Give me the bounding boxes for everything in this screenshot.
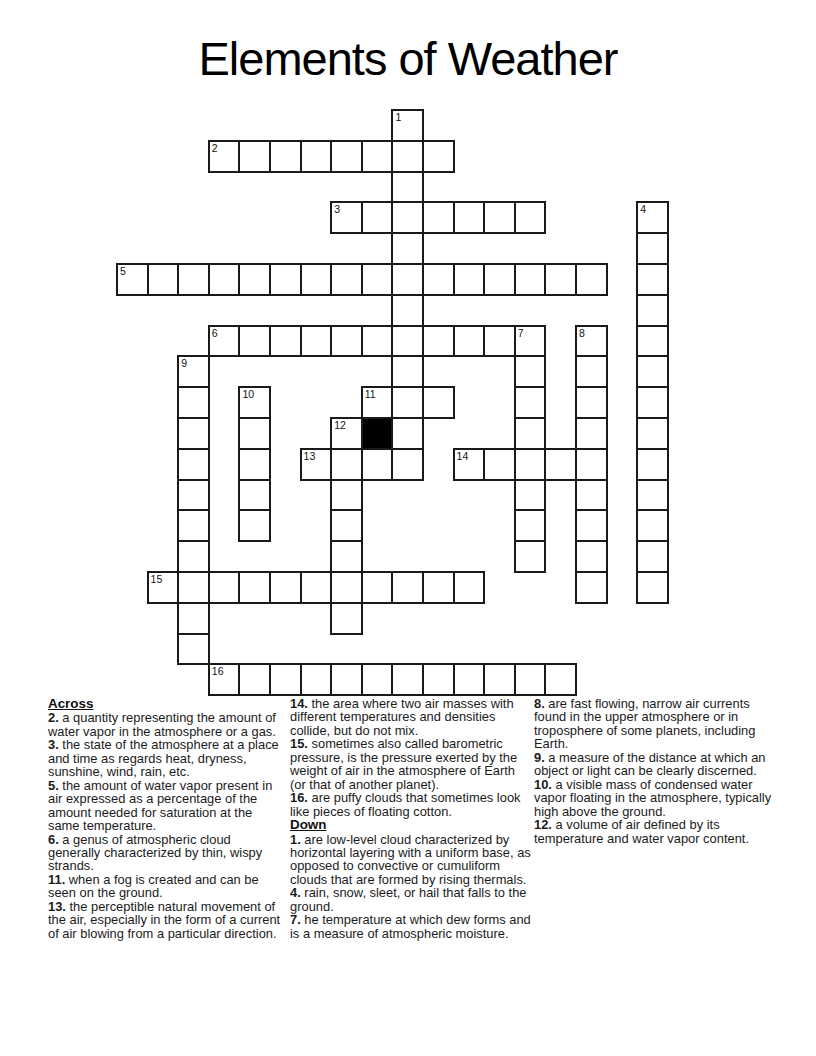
grid-cell[interactable] bbox=[300, 263, 333, 296]
grid-cell[interactable]: 14 bbox=[453, 448, 486, 481]
grid-cell[interactable] bbox=[636, 509, 669, 542]
clue-6: 6. a genus of atmospheric cloud generall… bbox=[48, 833, 285, 873]
grid-cell[interactable] bbox=[147, 263, 180, 296]
grid-cell[interactable] bbox=[514, 509, 547, 542]
grid-cell[interactable] bbox=[330, 263, 363, 296]
clue-number: 15 bbox=[151, 573, 163, 585]
clue-11: 11. when a fog is created and can be see… bbox=[48, 873, 285, 900]
grid-cell[interactable] bbox=[636, 386, 669, 419]
grid-cell[interactable] bbox=[422, 325, 455, 358]
grid-cell[interactable] bbox=[514, 355, 547, 388]
grid-cell[interactable] bbox=[544, 448, 577, 481]
grid-cell[interactable] bbox=[575, 417, 608, 450]
grid-cell[interactable] bbox=[391, 294, 424, 327]
grid-cell[interactable] bbox=[422, 263, 455, 296]
clue-13: 13. the perceptible natural movement of … bbox=[48, 900, 285, 940]
grid-cell[interactable] bbox=[575, 355, 608, 388]
clue-number: 8 bbox=[579, 327, 585, 339]
grid-cell[interactable] bbox=[361, 663, 394, 696]
grid-cell[interactable] bbox=[300, 140, 333, 173]
grid-cell[interactable] bbox=[514, 263, 547, 296]
grid-cell[interactable] bbox=[575, 386, 608, 419]
grid-cell[interactable] bbox=[422, 386, 455, 419]
grid-cell[interactable] bbox=[391, 171, 424, 204]
grid-cell[interactable]: 10 bbox=[238, 386, 271, 419]
grid-cell[interactable] bbox=[269, 571, 302, 604]
clue-1: 1. are low-level cloud characterized by … bbox=[290, 833, 533, 887]
clue-number: 16 bbox=[212, 665, 224, 677]
grid-cell[interactable] bbox=[238, 140, 271, 173]
grid-cell[interactable] bbox=[300, 571, 333, 604]
grid-cell[interactable] bbox=[575, 571, 608, 604]
grid-cell[interactable] bbox=[238, 571, 271, 604]
grid-cell[interactable] bbox=[238, 479, 271, 512]
grid-cell[interactable] bbox=[391, 263, 424, 296]
grid-cell[interactable] bbox=[330, 540, 363, 573]
grid-cell[interactable] bbox=[300, 663, 333, 696]
grid-cell[interactable] bbox=[177, 633, 210, 666]
grid-cell[interactable] bbox=[238, 509, 271, 542]
clue-number: 4 bbox=[640, 203, 646, 215]
clue-number: 3 bbox=[334, 203, 340, 215]
grid-cell[interactable]: 6 bbox=[208, 325, 241, 358]
grid-cell[interactable]: 16 bbox=[208, 663, 241, 696]
grid-cell[interactable] bbox=[483, 263, 516, 296]
clue-5: 5. the amount of water vapor present in … bbox=[48, 779, 285, 833]
grid-cell[interactable] bbox=[514, 448, 547, 481]
grid-cell[interactable] bbox=[391, 571, 424, 604]
puzzle-title: Elements of Weather bbox=[0, 31, 816, 86]
clue-number: 12 bbox=[334, 419, 346, 431]
grid-cell[interactable] bbox=[330, 602, 363, 635]
grid-cell[interactable] bbox=[636, 417, 669, 450]
grid-cell[interactable]: 7 bbox=[514, 325, 547, 358]
clue-column-middle: 14. the area where two air masses with d… bbox=[290, 697, 533, 940]
grid-cell[interactable] bbox=[177, 386, 210, 419]
grid-cell[interactable] bbox=[238, 448, 271, 481]
grid-cell[interactable] bbox=[636, 263, 669, 296]
grid-cell[interactable] bbox=[514, 201, 547, 234]
grid-cell[interactable] bbox=[575, 448, 608, 481]
grid-cell[interactable] bbox=[238, 325, 271, 358]
grid-cell[interactable] bbox=[422, 663, 455, 696]
grid-cell[interactable] bbox=[330, 325, 363, 358]
clue-number: 1 bbox=[395, 111, 401, 123]
grid-cell[interactable]: 8 bbox=[575, 325, 608, 358]
grid-cell[interactable] bbox=[269, 663, 302, 696]
grid-cell[interactable] bbox=[361, 140, 394, 173]
grid-cell[interactable]: 11 bbox=[361, 386, 394, 419]
clue-10: 10. a visible mass of condensed water va… bbox=[534, 778, 776, 818]
grid-cell[interactable] bbox=[544, 663, 577, 696]
grid-cell[interactable] bbox=[636, 232, 669, 265]
grid-cell[interactable] bbox=[269, 140, 302, 173]
grid-cell[interactable] bbox=[636, 540, 669, 573]
grid-cell[interactable] bbox=[453, 325, 486, 358]
grid-cell[interactable] bbox=[391, 201, 424, 234]
grid-cell[interactable] bbox=[238, 417, 271, 450]
grid-cell[interactable]: 15 bbox=[147, 571, 180, 604]
grid-cell[interactable] bbox=[177, 571, 210, 604]
grid-cell[interactable] bbox=[238, 263, 271, 296]
clue-number: 14 bbox=[457, 450, 469, 462]
grid-cell[interactable] bbox=[514, 417, 547, 450]
clue-9: 9. a measure of the distance at which an… bbox=[534, 751, 776, 778]
grid-cell[interactable] bbox=[483, 201, 516, 234]
clue-number: 2 bbox=[212, 142, 218, 154]
across-heading: Across bbox=[48, 697, 285, 710]
grid-cell[interactable] bbox=[636, 448, 669, 481]
grid-cell[interactable] bbox=[361, 571, 394, 604]
grid-cell[interactable] bbox=[177, 263, 210, 296]
clue-number: 9 bbox=[181, 357, 187, 369]
down-heading: Down bbox=[290, 818, 533, 831]
clue-7: 7. he temperature at which dew forms and… bbox=[290, 913, 533, 940]
grid-cell[interactable]: 4 bbox=[636, 201, 669, 234]
grid-cell[interactable] bbox=[575, 263, 608, 296]
grid-cell[interactable] bbox=[453, 663, 486, 696]
grid-cell[interactable] bbox=[391, 448, 424, 481]
grid-cell[interactable] bbox=[361, 448, 394, 481]
clue-number: 10 bbox=[242, 388, 254, 400]
clue-2: 2. a quantity representing the amount of… bbox=[48, 711, 285, 738]
grid-cell[interactable] bbox=[422, 571, 455, 604]
grid-cell[interactable] bbox=[514, 663, 547, 696]
grid-cell[interactable] bbox=[269, 325, 302, 358]
grid-cell[interactable] bbox=[208, 263, 241, 296]
grid-cell[interactable] bbox=[636, 355, 669, 388]
grid-cell[interactable]: 13 bbox=[300, 448, 333, 481]
grid-cell[interactable] bbox=[636, 571, 669, 604]
clue-number: 13 bbox=[304, 450, 316, 462]
grid-cell[interactable] bbox=[453, 571, 486, 604]
grid-cell[interactable]: 1 bbox=[391, 109, 424, 142]
grid-cell[interactable] bbox=[177, 448, 210, 481]
clue-4: 4. rain, snow, sleet, or hail that falls… bbox=[290, 886, 533, 913]
grid-cell[interactable]: 12 bbox=[330, 417, 363, 450]
grid-cell[interactable] bbox=[453, 201, 486, 234]
clue-12: 12. a volume of air defined by its tempe… bbox=[534, 818, 776, 845]
grid-cell[interactable] bbox=[391, 663, 424, 696]
grid-cell[interactable]: 9 bbox=[177, 355, 210, 388]
grid-cell[interactable] bbox=[636, 325, 669, 358]
grid-cell[interactable]: 5 bbox=[116, 263, 149, 296]
clue-14: 14. the area where two air masses with d… bbox=[290, 697, 533, 737]
grid-cell[interactable] bbox=[575, 540, 608, 573]
grid-cell[interactable] bbox=[330, 448, 363, 481]
grid-cell[interactable] bbox=[636, 294, 669, 327]
grid-cell[interactable] bbox=[575, 479, 608, 512]
clue-number: 7 bbox=[518, 327, 524, 339]
grid-cell[interactable] bbox=[483, 663, 516, 696]
grid-cell[interactable] bbox=[177, 602, 210, 635]
grid-cell[interactable] bbox=[514, 479, 547, 512]
grid-cell[interactable] bbox=[208, 571, 241, 604]
grid-cell[interactable] bbox=[361, 263, 394, 296]
grid-cell[interactable]: 2 bbox=[208, 140, 241, 173]
grid-cell[interactable] bbox=[391, 417, 424, 450]
clue-number: 5 bbox=[120, 265, 126, 277]
grid-cell[interactable] bbox=[330, 479, 363, 512]
grid-cell[interactable] bbox=[361, 201, 394, 234]
grid-cell[interactable] bbox=[636, 479, 669, 512]
grid-cell[interactable] bbox=[330, 140, 363, 173]
grid-cell[interactable] bbox=[300, 325, 333, 358]
grid-cell[interactable] bbox=[422, 140, 455, 173]
grid-cell[interactable] bbox=[483, 448, 516, 481]
clue-column-down: 8. are fast flowing, narrow air currents… bbox=[534, 697, 776, 845]
grid-cell[interactable] bbox=[453, 263, 486, 296]
grid-cell[interactable] bbox=[177, 509, 210, 542]
clue-number: 6 bbox=[212, 327, 218, 339]
clue-3: 3. the state of the atmosphere at a plac… bbox=[48, 738, 285, 778]
grid-cell[interactable] bbox=[483, 325, 516, 358]
grid-cell[interactable] bbox=[391, 140, 424, 173]
grid-cell[interactable] bbox=[514, 540, 547, 573]
grid-cell[interactable] bbox=[238, 663, 271, 696]
grid-cell[interactable] bbox=[514, 386, 547, 419]
grid-cell[interactable] bbox=[330, 509, 363, 542]
grid-cell[interactable] bbox=[330, 571, 363, 604]
grid-cell[interactable] bbox=[391, 232, 424, 265]
clue-15: 15. sometimes also called barometric pre… bbox=[290, 737, 533, 791]
grid-cell[interactable] bbox=[391, 325, 424, 358]
grid-cell[interactable] bbox=[177, 479, 210, 512]
grid-cell[interactable] bbox=[330, 663, 363, 696]
black-cell bbox=[361, 417, 394, 450]
grid-cell[interactable] bbox=[361, 325, 394, 358]
grid-cell[interactable] bbox=[391, 355, 424, 388]
clue-8: 8. are fast flowing, narrow air currents… bbox=[534, 697, 776, 751]
grid-cell[interactable] bbox=[391, 386, 424, 419]
grid-cell[interactable] bbox=[544, 263, 577, 296]
grid-cell[interactable] bbox=[177, 540, 210, 573]
grid-cell[interactable] bbox=[269, 263, 302, 296]
grid-cell[interactable] bbox=[177, 417, 210, 450]
clue-number: 11 bbox=[365, 388, 376, 400]
grid-cell[interactable] bbox=[575, 509, 608, 542]
grid-cell[interactable] bbox=[422, 201, 455, 234]
clue-column-across: Across2. a quantity representing the amo… bbox=[48, 697, 285, 940]
clue-16: 16. are puffy clouds that sometimes look… bbox=[290, 791, 533, 818]
grid-cell[interactable]: 3 bbox=[330, 201, 363, 234]
